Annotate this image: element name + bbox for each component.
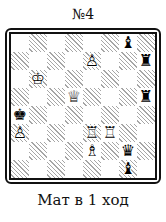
square-f8 xyxy=(101,34,119,52)
square-a2 xyxy=(11,142,29,160)
square-b6: ♔ xyxy=(29,70,47,88)
square-a7 xyxy=(11,52,29,70)
square-g3 xyxy=(119,124,137,142)
square-h5: ♜ xyxy=(137,88,155,106)
puzzle-number: №4 xyxy=(0,0,166,26)
black-rook-h5: ♜ xyxy=(139,88,153,106)
square-g5 xyxy=(119,88,137,106)
square-b4 xyxy=(29,106,47,124)
black-bishop-g1: ♝ xyxy=(121,160,135,178)
square-e1 xyxy=(83,160,101,178)
square-c1 xyxy=(47,160,65,178)
black-king-a4: ♚ xyxy=(13,106,27,124)
square-h1 xyxy=(137,160,155,178)
white-rook-f3: ♖ xyxy=(103,124,117,142)
square-h3 xyxy=(137,124,155,142)
square-f4 xyxy=(101,106,119,124)
square-a3: ♙ xyxy=(11,124,29,142)
puzzle-caption: Мат в 1 ход xyxy=(0,191,166,209)
square-a6 xyxy=(11,70,29,88)
square-d5: ♕ xyxy=(65,88,83,106)
square-a1 xyxy=(11,160,29,178)
square-c8 xyxy=(47,34,65,52)
square-g8: ♝ xyxy=(119,34,137,52)
square-h6 xyxy=(137,70,155,88)
square-c5 xyxy=(47,88,65,106)
square-h4 xyxy=(137,106,155,124)
square-b1 xyxy=(29,160,47,178)
black-rook-h7: ♜ xyxy=(139,52,153,70)
square-b5 xyxy=(29,88,47,106)
square-c2 xyxy=(47,142,65,160)
square-f3: ♖ xyxy=(101,124,119,142)
square-d8 xyxy=(65,34,83,52)
square-d1 xyxy=(65,160,83,178)
square-f7 xyxy=(101,52,119,70)
white-pawn-a3: ♙ xyxy=(13,124,27,142)
white-pawn-e7: ♙ xyxy=(85,52,99,70)
square-h7: ♜ xyxy=(137,52,155,70)
square-f6 xyxy=(101,70,119,88)
black-bishop-g8: ♝ xyxy=(121,34,135,52)
chess-board-inner-border: ♝♙♜♔♕♜♚♙♖♖♗♛♝ xyxy=(9,32,157,180)
square-g6 xyxy=(119,70,137,88)
square-a8 xyxy=(11,34,29,52)
square-e4 xyxy=(83,106,101,124)
black-queen-g2: ♛ xyxy=(121,142,135,160)
square-a4: ♚ xyxy=(11,106,29,124)
square-b3 xyxy=(29,124,47,142)
square-e8 xyxy=(83,34,101,52)
square-c6 xyxy=(47,70,65,88)
square-h8 xyxy=(137,34,155,52)
square-c7 xyxy=(47,52,65,70)
square-f1 xyxy=(101,160,119,178)
square-b2 xyxy=(29,142,47,160)
square-e3: ♖ xyxy=(83,124,101,142)
square-e2: ♗ xyxy=(83,142,101,160)
square-b7 xyxy=(29,52,47,70)
square-d2 xyxy=(65,142,83,160)
square-h2 xyxy=(137,142,155,160)
puzzle-page: №4 ♝♙♜♔♕♜♚♙♖♖♗♛♝ Мат в 1 ход xyxy=(0,0,166,222)
square-d3 xyxy=(65,124,83,142)
square-a5 xyxy=(11,88,29,106)
chess-board-frame: ♝♙♜♔♕♜♚♙♖♖♗♛♝ xyxy=(5,28,161,184)
square-g4 xyxy=(119,106,137,124)
white-king-b6: ♔ xyxy=(31,70,45,88)
square-c4 xyxy=(47,106,65,124)
square-g2: ♛ xyxy=(119,142,137,160)
square-e5 xyxy=(83,88,101,106)
square-e6 xyxy=(83,70,101,88)
square-c3 xyxy=(47,124,65,142)
square-f5 xyxy=(101,88,119,106)
square-g7 xyxy=(119,52,137,70)
square-e7: ♙ xyxy=(83,52,101,70)
white-rook-e3: ♖ xyxy=(85,124,99,142)
square-d7 xyxy=(65,52,83,70)
square-b8 xyxy=(29,34,47,52)
square-g1: ♝ xyxy=(119,160,137,178)
white-bishop-e2: ♗ xyxy=(85,142,99,160)
square-d6 xyxy=(65,70,83,88)
white-queen-d5: ♕ xyxy=(67,88,81,106)
square-d4 xyxy=(65,106,83,124)
square-f2 xyxy=(101,142,119,160)
chess-board: ♝♙♜♔♕♜♚♙♖♖♗♛♝ xyxy=(11,34,155,178)
